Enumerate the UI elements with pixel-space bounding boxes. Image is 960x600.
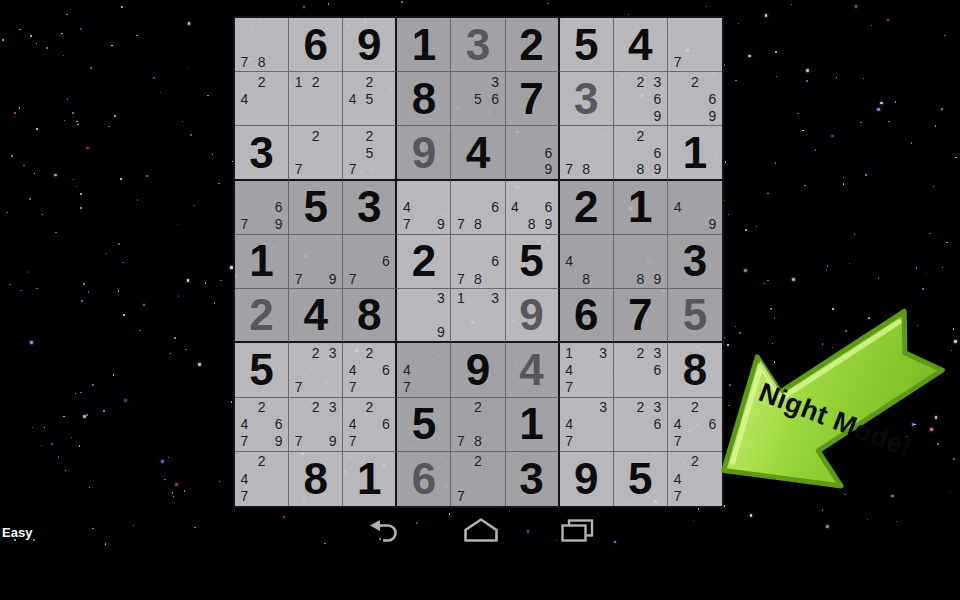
pencil-marks: 269 <box>669 73 721 124</box>
pencil-marks: 13 <box>452 290 503 340</box>
pencil-marks: 356 <box>452 73 503 124</box>
given-digit: 1 <box>235 235 288 288</box>
cell-r3c6[interactable]: 69 <box>506 126 560 180</box>
cell-r4c9[interactable]: 49 <box>668 181 722 235</box>
pencil-marks: 2467 <box>344 399 394 450</box>
cell-r5c9[interactable]: 3 <box>668 235 722 289</box>
given-digit: 6 <box>289 18 342 71</box>
pencil-marks: 69 <box>507 127 557 177</box>
cell-r8c1[interactable]: 24679 <box>235 398 289 452</box>
cell-r1c5[interactable]: 3 <box>451 18 505 72</box>
pencil-marks: 2467 <box>344 344 394 395</box>
cell-r5c1[interactable]: 1 <box>235 235 289 289</box>
pencil-marks: 1347 <box>561 344 612 395</box>
cell-r2c5[interactable]: 356 <box>451 72 505 126</box>
sudoku-board: 7869132547241224583567323692693272579469… <box>233 16 724 508</box>
given-digit: 3 <box>235 126 288 178</box>
given-digit: 4 <box>289 289 342 341</box>
given-digit: 8 <box>289 452 342 506</box>
pencil-marks: 24 <box>236 73 287 124</box>
pencil-marks: 245 <box>344 73 394 124</box>
cell-r6c3[interactable]: 8 <box>343 289 397 343</box>
cell-r3c3[interactable]: 257 <box>343 126 397 180</box>
cell-r2c6[interactable]: 7 <box>506 72 560 126</box>
cell-r1c2[interactable]: 6 <box>289 18 343 72</box>
given-digit: 5 <box>397 398 450 451</box>
cell-r7c4[interactable]: 47 <box>397 343 451 397</box>
pencil-marks: 24679 <box>236 399 287 450</box>
cell-r3c7[interactable]: 78 <box>560 126 614 180</box>
given-digit: 3 <box>343 181 395 234</box>
given-digit: 2 <box>560 181 613 234</box>
cell-r6c2[interactable]: 4 <box>289 289 343 343</box>
cell-r2c7[interactable]: 3 <box>560 72 614 126</box>
cell-r8c3[interactable]: 2467 <box>343 398 397 452</box>
pencil-marks: 48 <box>561 236 612 287</box>
solved-digit: 6 <box>397 452 450 506</box>
android-navbar <box>0 552 960 600</box>
given-digit: 9 <box>343 18 395 71</box>
given-digit: 3 <box>668 235 722 288</box>
cell-r7c6[interactable]: 4 <box>506 343 560 397</box>
solved-digit: 2 <box>235 289 288 341</box>
cell-r5c3[interactable]: 67 <box>343 235 397 289</box>
pencil-marks: 2379 <box>290 399 341 450</box>
cell-r3c1[interactable]: 3 <box>235 126 289 180</box>
pencil-marks: 347 <box>561 399 612 450</box>
pencil-marks: 78 <box>561 127 612 177</box>
cell-r4c4[interactable]: 479 <box>397 181 451 235</box>
pencil-marks: 2689 <box>615 127 666 177</box>
given-digit: 1 <box>506 398 558 451</box>
given-digit: 2 <box>506 18 558 71</box>
cell-r9c3[interactable]: 1 <box>343 452 397 506</box>
given-digit: 3 <box>506 452 558 506</box>
cell-r4c3[interactable]: 3 <box>343 181 397 235</box>
home-icon <box>466 520 497 541</box>
cell-r7c3[interactable]: 2467 <box>343 343 397 397</box>
cell-r1c7[interactable]: 5 <box>560 18 614 72</box>
pencil-marks: 39 <box>398 290 449 340</box>
given-digit: 1 <box>343 452 395 506</box>
pencil-marks: 237 <box>290 344 341 395</box>
pencil-marks: 27 <box>290 127 341 177</box>
cell-r7c7[interactable]: 1347 <box>560 343 614 397</box>
pencil-marks: 27 <box>452 453 503 505</box>
cell-r8c5[interactable]: 278 <box>451 398 505 452</box>
cell-r1c3[interactable]: 9 <box>343 18 397 72</box>
cell-r1c9[interactable]: 7 <box>668 18 722 72</box>
pencil-marks: 236 <box>615 344 666 395</box>
cell-r2c2[interactable]: 12 <box>289 72 343 126</box>
given-digit: 5 <box>614 452 667 506</box>
cell-r6c8[interactable]: 7 <box>614 289 668 343</box>
cell-r2c9[interactable]: 269 <box>668 72 722 126</box>
given-digit: 9 <box>451 343 504 396</box>
pencil-marks: 2369 <box>615 73 666 124</box>
cell-r2c1[interactable]: 24 <box>235 72 289 126</box>
cell-r4c7[interactable]: 2 <box>560 181 614 235</box>
cell-r3c2[interactable]: 27 <box>289 126 343 180</box>
back-icon <box>370 520 380 531</box>
cell-r9c4[interactable]: 6 <box>397 452 451 506</box>
cell-r2c4[interactable]: 8 <box>397 72 451 126</box>
given-digit: 7 <box>506 72 558 125</box>
pencil-marks: 7 <box>669 19 721 70</box>
cell-r3c5[interactable]: 4 <box>451 126 505 180</box>
pencil-marks: 79 <box>290 236 341 287</box>
pencil-marks: 247 <box>236 453 287 505</box>
given-digit: 5 <box>506 235 558 288</box>
pencil-marks: 49 <box>669 182 721 233</box>
solved-digit: 3 <box>451 18 504 71</box>
solved-digit: 4 <box>506 343 558 396</box>
cell-r8c8[interactable]: 236 <box>614 398 668 452</box>
back-button[interactable] <box>369 519 399 543</box>
cell-r3c8[interactable]: 2689 <box>614 126 668 180</box>
cell-r6c1[interactable]: 2 <box>235 289 289 343</box>
cell-r1c6[interactable]: 2 <box>506 18 560 72</box>
given-digit: 8 <box>343 289 395 341</box>
pencil-marks: 257 <box>344 127 394 177</box>
cell-r5c8[interactable]: 89 <box>614 235 668 289</box>
recents-button[interactable] <box>561 519 594 543</box>
given-digit: 4 <box>451 126 504 178</box>
cell-r4c6[interactable]: 4689 <box>506 181 560 235</box>
cell-r3c4[interactable]: 9 <box>397 126 451 180</box>
cell-r5c6[interactable]: 5 <box>506 235 560 289</box>
cell-r9c5[interactable]: 27 <box>451 452 505 506</box>
cell-r7c5[interactable]: 9 <box>451 343 505 397</box>
cell-r1c1[interactable]: 78 <box>235 18 289 72</box>
cell-r3c9[interactable]: 1 <box>668 126 722 180</box>
cell-r8c7[interactable]: 347 <box>560 398 614 452</box>
cell-r9c2[interactable]: 8 <box>289 452 343 506</box>
cell-r4c1[interactable]: 679 <box>235 181 289 235</box>
pencil-marks: 4689 <box>507 182 557 233</box>
cell-r1c8[interactable]: 4 <box>614 18 668 72</box>
screen: 7869132547241224583567323692693272579469… <box>0 0 960 600</box>
given-digit: 5 <box>560 18 613 71</box>
given-digit: 1 <box>668 126 722 178</box>
pencil-marks: 89 <box>615 236 666 287</box>
cell-r5c5[interactable]: 678 <box>451 235 505 289</box>
cell-r8c6[interactable]: 1 <box>506 398 560 452</box>
cell-r4c5[interactable]: 678 <box>451 181 505 235</box>
cell-r7c8[interactable]: 236 <box>614 343 668 397</box>
given-digit: 5 <box>235 343 288 396</box>
pencil-marks: 67 <box>344 236 394 287</box>
pencil-marks: 678 <box>452 236 503 287</box>
cell-r5c4[interactable]: 2 <box>397 235 451 289</box>
pencil-marks: 12 <box>290 73 341 124</box>
given-digit: 9 <box>560 452 613 506</box>
pencil-marks: 278 <box>452 399 503 450</box>
given-digit: 6 <box>560 289 613 341</box>
given-digit: 8 <box>397 72 450 125</box>
cell-r4c2[interactable]: 5 <box>289 181 343 235</box>
cell-r8c2[interactable]: 2379 <box>289 398 343 452</box>
cell-r1c4[interactable]: 1 <box>397 18 451 72</box>
given-digit: 2 <box>397 235 450 288</box>
given-digit: 7 <box>614 289 667 341</box>
cell-r9c6[interactable]: 3 <box>506 452 560 506</box>
solved-digit: 9 <box>506 289 558 341</box>
cell-r7c1[interactable]: 5 <box>235 343 289 397</box>
given-digit: 4 <box>614 18 667 71</box>
pencil-marks: 78 <box>236 19 287 70</box>
cell-r9c7[interactable]: 9 <box>560 452 614 506</box>
given-digit: 5 <box>289 181 342 234</box>
home-button[interactable] <box>464 518 498 542</box>
cell-r9c1[interactable]: 247 <box>235 452 289 506</box>
cell-r5c2[interactable]: 79 <box>289 235 343 289</box>
cell-r6c4[interactable]: 39 <box>397 289 451 343</box>
pencil-marks: 678 <box>452 182 503 233</box>
cell-r2c8[interactable]: 2369 <box>614 72 668 126</box>
pencil-marks: 679 <box>236 182 287 233</box>
cell-r9c8[interactable]: 5 <box>614 452 668 506</box>
solved-digit: 9 <box>397 126 450 178</box>
cell-r7c2[interactable]: 237 <box>289 343 343 397</box>
cell-r6c6[interactable]: 9 <box>506 289 560 343</box>
cell-r2c3[interactable]: 245 <box>343 72 397 126</box>
cell-r4c8[interactable]: 1 <box>614 181 668 235</box>
given-digit: 1 <box>614 181 667 234</box>
pencil-marks: 236 <box>615 399 666 450</box>
given-digit: 1 <box>397 18 450 71</box>
pencil-marks: 47 <box>398 344 449 395</box>
difficulty-label: Easy <box>2 525 32 540</box>
solved-digit: 3 <box>560 72 613 125</box>
cell-r5c7[interactable]: 48 <box>560 235 614 289</box>
cell-r8c4[interactable]: 5 <box>397 398 451 452</box>
cell-r6c5[interactable]: 13 <box>451 289 505 343</box>
cell-r6c7[interactable]: 6 <box>560 289 614 343</box>
pencil-marks: 479 <box>398 182 449 233</box>
